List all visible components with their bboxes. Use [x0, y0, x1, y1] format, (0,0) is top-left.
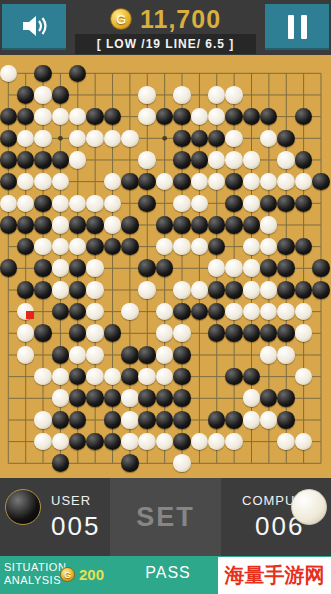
black-stone	[295, 108, 313, 126]
white-stone	[191, 108, 209, 126]
white-stone	[173, 324, 191, 342]
black-stone	[156, 108, 174, 126]
black-stone	[277, 281, 295, 299]
black-stone	[121, 216, 139, 234]
white-stone	[191, 433, 209, 451]
white-stone	[208, 173, 226, 191]
set-panel[interactable]: SET	[110, 478, 221, 556]
white-stone	[86, 303, 104, 321]
white-stone	[52, 238, 70, 256]
black-stone	[17, 216, 35, 234]
black-stone	[52, 303, 70, 321]
white-stone	[138, 108, 156, 126]
white-stone	[156, 173, 174, 191]
black-stone	[208, 303, 226, 321]
white-stone	[138, 86, 156, 104]
white-stone	[104, 216, 122, 234]
black-stone	[104, 411, 122, 429]
black-stone	[0, 108, 17, 126]
white-stone	[86, 281, 104, 299]
black-stone	[173, 108, 191, 126]
white-stone	[208, 86, 226, 104]
white-stone	[156, 368, 174, 386]
white-stone	[17, 324, 35, 342]
white-stone	[260, 411, 278, 429]
white-stone	[295, 368, 313, 386]
coin-icon: G	[110, 8, 132, 30]
white-stone	[225, 259, 243, 277]
black-stone	[0, 130, 17, 148]
white-stone	[69, 238, 87, 256]
black-stone	[17, 281, 35, 299]
black-stone	[312, 281, 330, 299]
white-stone	[260, 346, 278, 364]
black-stone-icon	[5, 489, 41, 525]
white-stone	[156, 303, 174, 321]
board-grid[interactable]	[0, 63, 329, 474]
black-stone	[225, 108, 243, 126]
computer-panel: COMPUTER 006	[221, 478, 331, 556]
user-label: USER	[51, 493, 91, 508]
black-stone	[260, 389, 278, 407]
white-stone	[243, 303, 261, 321]
white-stone	[104, 173, 122, 191]
white-stone	[17, 130, 35, 148]
black-stone	[225, 195, 243, 213]
white-stone	[138, 151, 156, 169]
black-stone	[104, 238, 122, 256]
score-panel: USER 005 SET COMPUTER 006	[0, 478, 331, 556]
black-stone	[191, 130, 209, 148]
white-stone	[34, 86, 52, 104]
white-stone	[225, 303, 243, 321]
white-stone	[86, 346, 104, 364]
pause-icon	[288, 15, 307, 39]
black-stone	[243, 368, 261, 386]
white-stone	[208, 433, 226, 451]
white-stone	[295, 173, 313, 191]
black-stone	[295, 281, 313, 299]
black-stone	[121, 454, 139, 472]
black-stone	[156, 216, 174, 234]
black-stone	[208, 130, 226, 148]
white-stone	[191, 173, 209, 191]
black-stone	[0, 216, 17, 234]
black-stone	[243, 108, 261, 126]
white-stone	[173, 195, 191, 213]
black-stone	[277, 195, 295, 213]
white-stone	[260, 216, 278, 234]
black-stone	[173, 411, 191, 429]
white-stone	[86, 368, 104, 386]
white-stone	[52, 259, 70, 277]
set-button[interactable]: SET	[136, 502, 195, 533]
black-stone	[34, 151, 52, 169]
white-stone	[138, 281, 156, 299]
white-stone	[104, 130, 122, 148]
white-stone	[69, 195, 87, 213]
black-stone	[225, 411, 243, 429]
white-stone	[52, 368, 70, 386]
black-stone	[191, 151, 209, 169]
black-stone	[312, 173, 330, 191]
black-stone	[243, 324, 261, 342]
black-stone	[173, 173, 191, 191]
white-stone	[156, 324, 174, 342]
black-stone	[277, 130, 295, 148]
black-stone	[52, 346, 70, 364]
black-stone	[34, 65, 52, 83]
white-stone	[243, 151, 261, 169]
user-capture-count: 005	[51, 511, 100, 542]
black-stone	[69, 303, 87, 321]
black-stone	[208, 324, 226, 342]
white-stone	[156, 238, 174, 256]
black-stone	[69, 324, 87, 342]
black-stone	[86, 389, 104, 407]
black-stone	[69, 259, 87, 277]
white-stone	[69, 130, 87, 148]
black-stone	[121, 368, 139, 386]
black-stone	[156, 389, 174, 407]
black-stone	[312, 259, 330, 277]
pause-button[interactable]	[265, 4, 329, 50]
white-stone	[34, 433, 52, 451]
black-stone	[121, 238, 139, 256]
white-stone	[243, 173, 261, 191]
black-stone	[260, 259, 278, 277]
black-stone	[208, 411, 226, 429]
white-stone	[104, 368, 122, 386]
black-stone	[277, 324, 295, 342]
white-stone	[243, 195, 261, 213]
white-stone	[191, 281, 209, 299]
black-stone	[0, 173, 17, 191]
footer-bar: SITUATION ANALYSIS G 200 PASS 海量手游网	[0, 556, 331, 594]
black-stone	[52, 151, 70, 169]
pass-button[interactable]: PASS	[138, 564, 198, 582]
black-stone	[173, 130, 191, 148]
black-stone	[104, 108, 122, 126]
white-stone	[0, 195, 17, 213]
black-stone	[0, 151, 17, 169]
black-stone	[121, 173, 139, 191]
black-stone	[52, 454, 70, 472]
white-stone	[34, 130, 52, 148]
black-stone	[208, 281, 226, 299]
black-stone	[86, 433, 104, 451]
white-stone	[243, 411, 261, 429]
white-stone	[260, 281, 278, 299]
white-stone	[121, 411, 139, 429]
white-stone	[52, 433, 70, 451]
black-stone	[69, 433, 87, 451]
black-stone	[69, 216, 87, 234]
white-stone	[260, 238, 278, 256]
white-stone	[52, 389, 70, 407]
black-stone	[295, 238, 313, 256]
black-stone	[86, 216, 104, 234]
black-stone	[243, 216, 261, 234]
watermark: 海量手游网	[218, 557, 331, 594]
white-stone	[121, 389, 139, 407]
analysis-cost-amount: 200	[79, 566, 104, 583]
coin-balance: 11,700	[140, 5, 221, 34]
black-stone	[104, 324, 122, 342]
white-stone-icon	[291, 489, 327, 525]
black-stone	[69, 65, 87, 83]
black-stone	[225, 368, 243, 386]
white-stone	[173, 238, 191, 256]
white-stone	[86, 130, 104, 148]
black-stone	[34, 324, 52, 342]
white-stone	[173, 86, 191, 104]
white-stone	[86, 195, 104, 213]
black-stone	[17, 151, 35, 169]
white-stone	[243, 259, 261, 277]
black-stone	[191, 303, 209, 321]
white-stone	[173, 281, 191, 299]
white-stone	[277, 151, 295, 169]
white-stone	[277, 346, 295, 364]
white-stone	[86, 324, 104, 342]
black-stone	[34, 216, 52, 234]
white-stone	[277, 173, 295, 191]
white-stone	[34, 368, 52, 386]
black-stone	[34, 259, 52, 277]
black-stone	[34, 195, 52, 213]
black-stone	[173, 303, 191, 321]
black-stone	[17, 238, 35, 256]
black-stone	[17, 108, 35, 126]
black-stone	[173, 389, 191, 407]
white-stone	[34, 411, 52, 429]
go-game-app: G 11,700 [ LOW /19 LINE/ 6.5 ] USER 005 …	[0, 0, 331, 594]
black-stone	[0, 259, 17, 277]
white-stone	[260, 130, 278, 148]
white-stone	[34, 173, 52, 191]
white-stone	[156, 433, 174, 451]
white-stone	[52, 281, 70, 299]
black-stone	[208, 238, 226, 256]
white-stone	[17, 346, 35, 364]
white-stone	[121, 130, 139, 148]
black-stone	[225, 324, 243, 342]
white-stone	[34, 108, 52, 126]
black-stone	[277, 389, 295, 407]
white-stone	[69, 151, 87, 169]
black-stone	[173, 368, 191, 386]
white-stone	[225, 130, 243, 148]
white-stone	[17, 195, 35, 213]
black-stone	[260, 324, 278, 342]
white-stone	[277, 433, 295, 451]
last-move-marker	[26, 311, 34, 319]
white-stone	[104, 195, 122, 213]
black-stone	[69, 411, 87, 429]
black-stone	[260, 195, 278, 213]
analysis-cost: G 200	[60, 566, 104, 583]
black-stone	[260, 108, 278, 126]
black-stone	[173, 346, 191, 364]
game-level-label: [ LOW /19 LINE/ 6.5 ]	[75, 34, 256, 54]
white-stone	[277, 303, 295, 321]
black-stone	[34, 281, 52, 299]
white-stone	[121, 303, 139, 321]
black-stone	[69, 281, 87, 299]
white-stone	[225, 151, 243, 169]
white-stone	[260, 173, 278, 191]
black-stone	[277, 411, 295, 429]
black-stone	[69, 389, 87, 407]
black-stone	[69, 368, 87, 386]
white-stone	[121, 433, 139, 451]
white-stone	[156, 346, 174, 364]
black-stone	[225, 216, 243, 234]
white-stone	[191, 195, 209, 213]
white-stone	[17, 173, 35, 191]
black-stone	[156, 259, 174, 277]
black-stone	[104, 433, 122, 451]
black-stone	[121, 346, 139, 364]
white-stone	[52, 195, 70, 213]
black-stone	[138, 346, 156, 364]
black-stone	[173, 151, 191, 169]
go-board[interactable]	[0, 55, 331, 478]
white-stone	[52, 216, 70, 234]
white-stone	[52, 173, 70, 191]
black-stone	[173, 216, 191, 234]
white-stone	[34, 238, 52, 256]
black-stone	[277, 238, 295, 256]
white-stone	[208, 108, 226, 126]
watermark-text: 海量手游网	[225, 562, 325, 589]
white-stone	[191, 238, 209, 256]
black-stone	[295, 195, 313, 213]
white-stone	[69, 108, 87, 126]
black-stone	[104, 389, 122, 407]
black-stone	[52, 86, 70, 104]
black-stone	[86, 238, 104, 256]
white-stone	[69, 346, 87, 364]
black-stone	[225, 173, 243, 191]
white-stone	[17, 303, 35, 321]
black-stone	[17, 86, 35, 104]
black-stone	[138, 411, 156, 429]
white-stone	[260, 303, 278, 321]
black-stone	[138, 195, 156, 213]
white-stone	[295, 433, 313, 451]
black-stone	[138, 173, 156, 191]
black-stone	[138, 389, 156, 407]
white-stone	[208, 151, 226, 169]
black-stone	[52, 411, 70, 429]
white-stone	[243, 389, 261, 407]
black-stone	[295, 151, 313, 169]
black-stone	[138, 259, 156, 277]
white-stone	[295, 324, 313, 342]
white-stone	[86, 259, 104, 277]
white-stone	[52, 108, 70, 126]
white-stone	[243, 281, 261, 299]
situation-analysis-button[interactable]: SITUATION ANALYSIS	[4, 561, 66, 587]
white-stone	[0, 65, 17, 83]
white-stone	[243, 238, 261, 256]
black-stone	[86, 108, 104, 126]
user-panel: USER 005	[0, 478, 110, 556]
white-stone	[173, 454, 191, 472]
coin-icon-small: G	[60, 567, 75, 582]
white-stone	[295, 303, 313, 321]
black-stone	[225, 281, 243, 299]
black-stone	[156, 411, 174, 429]
white-stone	[208, 259, 226, 277]
black-stone	[191, 216, 209, 234]
white-stone	[225, 86, 243, 104]
white-stone	[225, 433, 243, 451]
black-stone	[173, 433, 191, 451]
header-bar: G 11,700 [ LOW /19 LINE/ 6.5 ]	[0, 0, 331, 55]
white-stone	[138, 368, 156, 386]
white-stone	[138, 433, 156, 451]
black-stone	[208, 216, 226, 234]
black-stone	[277, 259, 295, 277]
